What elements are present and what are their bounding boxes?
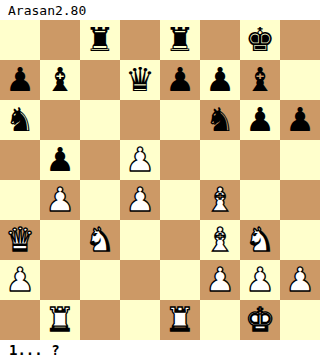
square-b6[interactable] (40, 100, 80, 140)
black-pawn[interactable]: ♟ (165, 60, 195, 100)
chess-board: ♜♜♚♟♝♛♟♟♝♞♞♟♟♟♟♟♟♝♛♞♝♞♟♟♟♟♜♜♚ (0, 20, 320, 340)
square-a3[interactable]: ♛ (0, 220, 40, 260)
square-b3[interactable] (40, 220, 80, 260)
black-knight[interactable]: ♞ (205, 100, 235, 140)
square-f7[interactable]: ♟ (200, 60, 240, 100)
square-a2[interactable]: ♟ (0, 260, 40, 300)
square-f1[interactable] (200, 300, 240, 340)
black-pawn[interactable]: ♟ (245, 100, 275, 140)
white-rook[interactable]: ♜ (165, 300, 195, 340)
white-pawn[interactable]: ♟ (45, 180, 75, 220)
square-h6[interactable]: ♟ (280, 100, 320, 140)
square-f6[interactable]: ♞ (200, 100, 240, 140)
square-f2[interactable]: ♟ (200, 260, 240, 300)
square-b4[interactable]: ♟ (40, 180, 80, 220)
square-g5[interactable] (240, 140, 280, 180)
white-rook[interactable]: ♜ (45, 300, 75, 340)
square-a6[interactable]: ♞ (0, 100, 40, 140)
square-f5[interactable] (200, 140, 240, 180)
black-bishop[interactable]: ♝ (45, 60, 75, 100)
square-d4[interactable]: ♟ (120, 180, 160, 220)
square-d1[interactable] (120, 300, 160, 340)
black-rook[interactable]: ♜ (165, 20, 195, 60)
square-e5[interactable] (160, 140, 200, 180)
square-e8[interactable]: ♜ (160, 20, 200, 60)
white-pawn[interactable]: ♟ (5, 260, 35, 300)
white-pawn[interactable]: ♟ (125, 140, 155, 180)
square-e2[interactable] (160, 260, 200, 300)
square-f3[interactable]: ♝ (200, 220, 240, 260)
white-pawn[interactable]: ♟ (125, 180, 155, 220)
square-b8[interactable] (40, 20, 80, 60)
square-g1[interactable]: ♚ (240, 300, 280, 340)
white-pawn[interactable]: ♟ (245, 260, 275, 300)
black-knight[interactable]: ♞ (5, 100, 35, 140)
square-d2[interactable] (120, 260, 160, 300)
square-g2[interactable]: ♟ (240, 260, 280, 300)
black-pawn[interactable]: ♟ (285, 100, 315, 140)
white-knight[interactable]: ♞ (85, 220, 115, 260)
square-e7[interactable]: ♟ (160, 60, 200, 100)
square-g8[interactable]: ♚ (240, 20, 280, 60)
white-pawn[interactable]: ♟ (285, 260, 315, 300)
square-d7[interactable]: ♛ (120, 60, 160, 100)
square-e4[interactable] (160, 180, 200, 220)
square-c5[interactable] (80, 140, 120, 180)
square-h3[interactable] (280, 220, 320, 260)
white-king[interactable]: ♚ (245, 300, 275, 340)
black-bishop[interactable]: ♝ (245, 60, 275, 100)
square-b1[interactable]: ♜ (40, 300, 80, 340)
square-c2[interactable] (80, 260, 120, 300)
square-a5[interactable] (0, 140, 40, 180)
square-c8[interactable]: ♜ (80, 20, 120, 60)
white-pawn[interactable]: ♟ (205, 260, 235, 300)
square-a7[interactable]: ♟ (0, 60, 40, 100)
square-b2[interactable] (40, 260, 80, 300)
square-b5[interactable]: ♟ (40, 140, 80, 180)
square-h5[interactable] (280, 140, 320, 180)
square-d3[interactable] (120, 220, 160, 260)
black-queen[interactable]: ♛ (125, 60, 155, 100)
black-pawn[interactable]: ♟ (45, 140, 75, 180)
square-b7[interactable]: ♝ (40, 60, 80, 100)
square-h1[interactable] (280, 300, 320, 340)
square-h2[interactable]: ♟ (280, 260, 320, 300)
square-a4[interactable] (0, 180, 40, 220)
square-e3[interactable] (160, 220, 200, 260)
window-title: Arasan2.80 (0, 0, 320, 20)
square-c7[interactable] (80, 60, 120, 100)
move-prompt[interactable]: 1... ? (0, 340, 320, 360)
square-h4[interactable] (280, 180, 320, 220)
square-d8[interactable] (120, 20, 160, 60)
square-g6[interactable]: ♟ (240, 100, 280, 140)
square-d6[interactable] (120, 100, 160, 140)
black-pawn[interactable]: ♟ (5, 60, 35, 100)
square-g3[interactable]: ♞ (240, 220, 280, 260)
square-a8[interactable] (0, 20, 40, 60)
black-pawn[interactable]: ♟ (205, 60, 235, 100)
square-h8[interactable] (280, 20, 320, 60)
square-e6[interactable] (160, 100, 200, 140)
square-c3[interactable]: ♞ (80, 220, 120, 260)
white-knight[interactable]: ♞ (245, 220, 275, 260)
black-rook[interactable]: ♜ (85, 20, 115, 60)
square-e1[interactable]: ♜ (160, 300, 200, 340)
black-king[interactable]: ♚ (245, 20, 275, 60)
square-c6[interactable] (80, 100, 120, 140)
square-c1[interactable] (80, 300, 120, 340)
white-queen[interactable]: ♛ (5, 220, 35, 260)
square-a1[interactable] (0, 300, 40, 340)
square-g7[interactable]: ♝ (240, 60, 280, 100)
white-bishop[interactable]: ♝ (205, 220, 235, 260)
square-h7[interactable] (280, 60, 320, 100)
square-c4[interactable] (80, 180, 120, 220)
arasan-window: Arasan2.80 ♜♜♚♟♝♛♟♟♝♞♞♟♟♟♟♟♟♝♛♞♝♞♟♟♟♟♜♜♚… (0, 0, 320, 360)
square-g4[interactable] (240, 180, 280, 220)
square-d5[interactable]: ♟ (120, 140, 160, 180)
white-bishop[interactable]: ♝ (205, 180, 235, 220)
square-f4[interactable]: ♝ (200, 180, 240, 220)
square-f8[interactable] (200, 20, 240, 60)
